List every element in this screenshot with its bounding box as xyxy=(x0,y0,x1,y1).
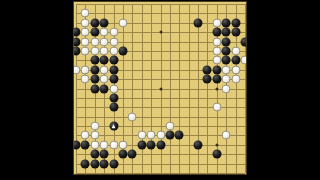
black-stone[interactable] xyxy=(90,159,99,168)
black-stone[interactable] xyxy=(73,28,81,37)
black-stone[interactable] xyxy=(222,18,231,27)
black-stone[interactable] xyxy=(118,46,127,55)
white-stone[interactable] xyxy=(118,140,127,149)
black-stone[interactable] xyxy=(194,18,203,27)
black-stone[interactable] xyxy=(109,75,118,84)
black-stone[interactable] xyxy=(128,150,137,159)
black-stone[interactable] xyxy=(90,75,99,84)
white-stone[interactable] xyxy=(222,65,231,74)
black-stone[interactable] xyxy=(222,56,231,65)
black-stone[interactable] xyxy=(100,159,109,168)
go-board[interactable] xyxy=(73,1,247,175)
star-point xyxy=(215,143,218,146)
black-stone[interactable] xyxy=(175,131,184,140)
go-board-grid xyxy=(76,4,245,173)
black-stone[interactable] xyxy=(100,150,109,159)
letterbox-right xyxy=(247,0,320,180)
black-stone[interactable] xyxy=(212,150,221,159)
white-stone[interactable] xyxy=(109,140,118,149)
grid-line xyxy=(76,117,245,118)
white-stone[interactable] xyxy=(156,131,165,140)
white-stone[interactable] xyxy=(212,103,221,112)
white-stone[interactable] xyxy=(81,65,90,74)
black-stone[interactable] xyxy=(109,93,118,102)
black-stone[interactable] xyxy=(203,75,212,84)
white-stone[interactable] xyxy=(109,28,118,37)
black-stone[interactable] xyxy=(203,65,212,74)
white-stone[interactable] xyxy=(109,46,118,55)
black-stone[interactable] xyxy=(109,103,118,112)
white-stone[interactable] xyxy=(100,140,109,149)
white-stone[interactable] xyxy=(109,84,118,93)
black-stone[interactable] xyxy=(90,84,99,93)
black-stone[interactable] xyxy=(90,28,99,37)
black-stone[interactable] xyxy=(81,159,90,168)
white-stone[interactable] xyxy=(222,75,231,84)
white-stone[interactable] xyxy=(231,46,240,55)
grid-line xyxy=(76,98,245,99)
black-stone[interactable] xyxy=(109,159,118,168)
white-stone[interactable] xyxy=(109,37,118,46)
grid-line xyxy=(179,4,180,173)
black-stone[interactable] xyxy=(90,56,99,65)
grid-line xyxy=(189,4,190,173)
white-stone[interactable] xyxy=(100,65,109,74)
white-stone[interactable] xyxy=(241,56,248,65)
star-point xyxy=(215,87,218,90)
white-stone[interactable] xyxy=(81,9,90,18)
white-stone[interactable] xyxy=(100,37,109,46)
grid-line xyxy=(76,126,245,127)
white-stone[interactable] xyxy=(100,75,109,84)
black-stone[interactable] xyxy=(100,56,109,65)
white-stone[interactable] xyxy=(81,46,90,55)
white-stone[interactable] xyxy=(222,131,231,140)
letterbox-left xyxy=(0,0,73,180)
black-stone[interactable] xyxy=(231,18,240,27)
white-stone[interactable] xyxy=(212,46,221,55)
white-stone[interactable] xyxy=(212,18,221,27)
white-stone[interactable] xyxy=(90,46,99,55)
white-stone[interactable] xyxy=(128,112,137,121)
black-stone[interactable] xyxy=(194,140,203,149)
white-stone[interactable] xyxy=(165,122,174,131)
black-stone[interactable] xyxy=(222,37,231,46)
last-move-marker xyxy=(112,124,116,128)
white-stone[interactable] xyxy=(231,65,240,74)
white-stone[interactable] xyxy=(81,28,90,37)
black-stone[interactable] xyxy=(137,140,146,149)
black-stone[interactable] xyxy=(109,65,118,74)
black-stone[interactable] xyxy=(73,37,81,46)
white-stone[interactable] xyxy=(90,140,99,149)
star-point xyxy=(159,31,162,34)
black-stone[interactable] xyxy=(73,46,81,55)
black-stone[interactable] xyxy=(90,65,99,74)
black-stone[interactable] xyxy=(222,46,231,55)
white-stone[interactable] xyxy=(100,28,109,37)
white-stone[interactable] xyxy=(212,37,221,46)
grid-line xyxy=(245,4,246,173)
white-stone[interactable] xyxy=(222,84,231,93)
white-stone[interactable] xyxy=(90,131,99,140)
black-stone[interactable] xyxy=(231,56,240,65)
black-stone[interactable] xyxy=(118,150,127,159)
white-stone[interactable] xyxy=(81,75,90,84)
black-stone[interactable] xyxy=(212,65,221,74)
black-stone[interactable] xyxy=(147,140,156,149)
white-stone[interactable] xyxy=(81,18,90,27)
black-stone[interactable] xyxy=(241,37,248,46)
black-stone[interactable] xyxy=(156,140,165,149)
white-stone[interactable] xyxy=(137,131,146,140)
black-stone[interactable] xyxy=(90,18,99,27)
white-stone[interactable] xyxy=(100,46,109,55)
white-stone[interactable] xyxy=(81,131,90,140)
black-stone[interactable] xyxy=(212,75,221,84)
black-stone[interactable] xyxy=(231,28,240,37)
white-stone[interactable] xyxy=(90,122,99,131)
white-stone[interactable] xyxy=(231,75,240,84)
screenshot-canvas xyxy=(0,0,320,180)
black-stone[interactable] xyxy=(109,122,118,131)
black-stone[interactable] xyxy=(165,131,174,140)
black-stone[interactable] xyxy=(100,18,109,27)
grid-line xyxy=(76,173,245,174)
white-stone[interactable] xyxy=(118,18,127,27)
black-stone[interactable] xyxy=(73,140,81,149)
grid-line xyxy=(207,4,208,173)
black-stone[interactable] xyxy=(222,28,231,37)
black-stone[interactable] xyxy=(109,56,118,65)
black-stone[interactable] xyxy=(81,140,90,149)
white-stone[interactable] xyxy=(73,65,81,74)
black-stone[interactable] xyxy=(100,84,109,93)
grid-line xyxy=(170,4,171,173)
star-point xyxy=(159,87,162,90)
white-stone[interactable] xyxy=(90,37,99,46)
black-stone[interactable] xyxy=(90,150,99,159)
white-stone[interactable] xyxy=(147,131,156,140)
white-stone[interactable] xyxy=(212,56,221,65)
black-stone[interactable] xyxy=(212,28,221,37)
white-stone[interactable] xyxy=(81,37,90,46)
